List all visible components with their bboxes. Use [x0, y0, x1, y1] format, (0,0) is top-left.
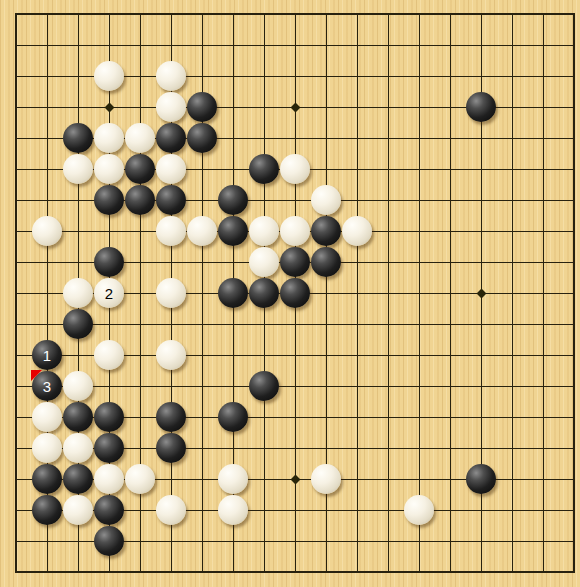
- board-markers: [0, 0, 580, 587]
- last-move-marker-icon: [31, 370, 42, 381]
- go-board[interactable]: 213: [0, 0, 580, 587]
